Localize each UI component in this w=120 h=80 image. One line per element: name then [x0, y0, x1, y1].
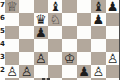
- square-f2[interactable]: ♟: [77, 65, 91, 78]
- square-b3[interactable]: [19, 52, 33, 65]
- square-b6[interactable]: [19, 13, 33, 26]
- square-b5[interactable]: [19, 26, 33, 39]
- white-pawn[interactable]: ♙: [6, 65, 18, 78]
- square-h3[interactable]: ♙: [106, 52, 120, 65]
- black-queen[interactable]: ♛: [35, 13, 47, 26]
- square-a4[interactable]: [5, 39, 19, 52]
- black-pawn[interactable]: ♟: [107, 0, 119, 13]
- square-g6[interactable]: ♟: [91, 13, 105, 26]
- board-right-border: [119, 0, 120, 80]
- square-c7[interactable]: [34, 0, 48, 13]
- square-b7[interactable]: [19, 0, 33, 13]
- white-pawn[interactable]: ♙: [107, 52, 119, 65]
- rank1-crop-artifact: [47, 78, 50, 80]
- square-e7[interactable]: [62, 0, 76, 13]
- square-a1[interactable]: [5, 78, 19, 80]
- square-h5[interactable]: [106, 26, 120, 39]
- square-f1[interactable]: [77, 78, 91, 80]
- square-f4[interactable]: [77, 39, 91, 52]
- square-c6[interactable]: ♛: [34, 13, 48, 26]
- square-d4[interactable]: [48, 39, 62, 52]
- square-f6[interactable]: [77, 13, 91, 26]
- square-g3[interactable]: [91, 52, 105, 65]
- square-f7[interactable]: [77, 0, 91, 13]
- square-g5[interactable]: [91, 26, 105, 39]
- black-pawn[interactable]: ♟: [93, 13, 105, 26]
- chess-board[interactable]: ♕♝♝♟♛♘♟♟♙♔♙♙♙♟♙: [5, 0, 120, 80]
- square-d6[interactable]: ♘: [48, 13, 62, 26]
- square-c3[interactable]: ♙: [34, 52, 48, 65]
- square-g1[interactable]: [91, 78, 105, 80]
- black-bishop[interactable]: ♝: [93, 0, 105, 13]
- square-a6[interactable]: [5, 13, 19, 26]
- rank1-crop-artifact: [42, 78, 45, 80]
- square-b4[interactable]: [19, 39, 33, 52]
- square-h6[interactable]: [106, 13, 120, 26]
- square-c1[interactable]: [34, 78, 48, 80]
- chess-diagram: 765432 ♕♝♝♟♛♘♟♟♙♔♙♙♙♟♙: [0, 0, 120, 80]
- white-pawn[interactable]: ♙: [93, 65, 105, 78]
- square-h1[interactable]: [106, 78, 120, 80]
- white-queen[interactable]: ♕: [6, 0, 18, 13]
- square-g2[interactable]: ♙: [91, 65, 105, 78]
- square-e4[interactable]: [62, 39, 76, 52]
- white-pawn[interactable]: ♙: [21, 65, 33, 78]
- square-c5[interactable]: ♟: [34, 26, 48, 39]
- white-king[interactable]: ♔: [64, 52, 76, 65]
- square-d2[interactable]: [48, 65, 62, 78]
- board-with-labels: 765432 ♕♝♝♟♛♘♟♟♙♔♙♙♙♟♙: [0, 0, 120, 80]
- black-pawn[interactable]: ♟: [78, 65, 90, 78]
- square-e2[interactable]: [62, 65, 76, 78]
- square-e3[interactable]: ♔: [62, 52, 76, 65]
- square-d3[interactable]: [48, 52, 62, 65]
- square-a7[interactable]: ♕: [5, 0, 19, 13]
- square-g4[interactable]: [91, 39, 105, 52]
- square-d7[interactable]: ♝: [48, 0, 62, 13]
- square-c4[interactable]: [34, 39, 48, 52]
- square-d1[interactable]: [48, 78, 62, 80]
- square-h4[interactable]: [106, 39, 120, 52]
- square-h2[interactable]: [106, 65, 120, 78]
- square-e6[interactable]: [62, 13, 76, 26]
- square-a3[interactable]: [5, 52, 19, 65]
- black-bishop[interactable]: ♝: [49, 0, 61, 13]
- square-f5[interactable]: [77, 26, 91, 39]
- square-a5[interactable]: [5, 26, 19, 39]
- square-f3[interactable]: [77, 52, 91, 65]
- white-pawn[interactable]: ♙: [35, 52, 47, 65]
- square-h7[interactable]: ♟: [106, 0, 120, 13]
- square-e5[interactable]: [62, 26, 76, 39]
- square-g7[interactable]: ♝: [91, 0, 105, 13]
- square-b2[interactable]: ♙: [19, 65, 33, 78]
- square-b1[interactable]: [19, 78, 33, 80]
- square-d5[interactable]: [48, 26, 62, 39]
- square-c2[interactable]: [34, 65, 48, 78]
- white-knight[interactable]: ♘: [49, 13, 61, 26]
- square-a2[interactable]: ♙: [5, 65, 19, 78]
- black-pawn[interactable]: ♟: [35, 26, 47, 39]
- square-e1[interactable]: [62, 78, 76, 80]
